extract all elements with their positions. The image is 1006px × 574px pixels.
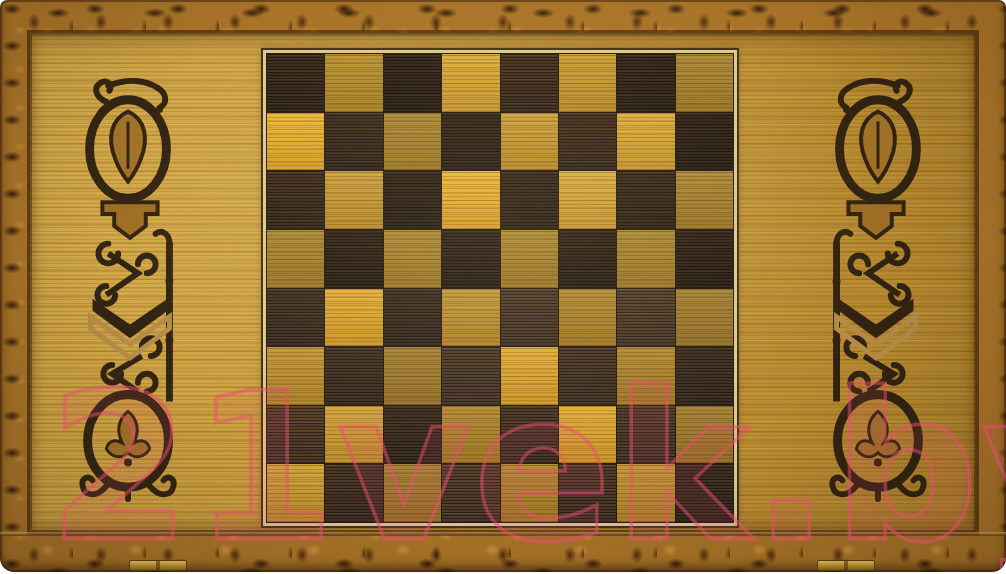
case-seam [0,532,1006,536]
board-square[interactable] [442,113,499,171]
board-square[interactable] [676,113,733,171]
board-square[interactable] [676,406,733,464]
board-square[interactable] [325,406,382,464]
board-square[interactable] [325,171,382,229]
brass-hinge-left [129,560,187,571]
board-square[interactable] [501,406,558,464]
board-square[interactable] [617,289,674,347]
board-square[interactable] [442,171,499,229]
board-square[interactable] [617,406,674,464]
board-square[interactable] [617,230,674,288]
board-square[interactable] [559,464,616,522]
board-square[interactable] [442,230,499,288]
board-square[interactable] [325,289,382,347]
board-square[interactable] [267,230,324,288]
board-square[interactable] [267,289,324,347]
chessboard [263,50,737,526]
board-square[interactable] [384,289,441,347]
board-square[interactable] [267,171,324,229]
board-square[interactable] [559,113,616,171]
board-square[interactable] [676,289,733,347]
board-square[interactable] [501,347,558,405]
board-square[interactable] [617,113,674,171]
board-square[interactable] [267,406,324,464]
board-square[interactable] [384,54,441,112]
board-square[interactable] [267,54,324,112]
board-square[interactable] [501,230,558,288]
board-square[interactable] [442,464,499,522]
board-square[interactable] [325,54,382,112]
board-square[interactable] [501,171,558,229]
board-square[interactable] [676,230,733,288]
board-square[interactable] [559,289,616,347]
board-square[interactable] [442,289,499,347]
board-square[interactable] [559,406,616,464]
arabesque-ornament-left [72,78,188,502]
wooden-game-case: 21vek.by [0,0,1006,572]
board-square[interactable] [559,171,616,229]
board-square[interactable] [559,54,616,112]
board-square[interactable] [676,171,733,229]
board-square[interactable] [384,464,441,522]
arabesque-ornament-right [818,78,934,502]
brass-hinge-right [817,560,875,571]
board-square[interactable] [676,54,733,112]
board-square[interactable] [442,406,499,464]
board-square[interactable] [559,347,616,405]
board-square[interactable] [384,406,441,464]
board-square[interactable] [559,230,616,288]
board-square[interactable] [676,464,733,522]
board-square[interactable] [267,347,324,405]
board-square[interactable] [384,113,441,171]
board-square[interactable] [676,347,733,405]
board-square[interactable] [501,113,558,171]
board-square[interactable] [325,347,382,405]
board-square[interactable] [617,347,674,405]
board-square[interactable] [267,113,324,171]
board-square[interactable] [617,171,674,229]
board-square[interactable] [617,464,674,522]
board-square[interactable] [384,347,441,405]
board-square[interactable] [442,347,499,405]
board-square[interactable] [501,464,558,522]
board-square[interactable] [325,464,382,522]
board-square[interactable] [384,230,441,288]
board-square[interactable] [267,464,324,522]
board-square[interactable] [325,113,382,171]
board-square[interactable] [325,230,382,288]
board-square[interactable] [617,54,674,112]
board-square[interactable] [501,289,558,347]
board-square[interactable] [384,171,441,229]
board-square[interactable] [501,54,558,112]
board-square[interactable] [442,54,499,112]
